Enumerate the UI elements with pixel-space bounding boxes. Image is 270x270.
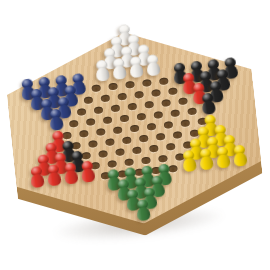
peg-red[interactable]	[63, 162, 78, 184]
peg-blue[interactable]	[49, 109, 64, 131]
board-hole[interactable]	[76, 108, 86, 116]
board-cell	[134, 209, 152, 222]
board-hole[interactable]	[146, 122, 156, 130]
board-hole[interactable]	[107, 160, 117, 168]
board-hole[interactable]	[158, 77, 168, 85]
board-cell	[79, 171, 97, 184]
board-hole[interactable]	[78, 129, 88, 137]
board-hole[interactable]	[127, 102, 137, 110]
board-hole[interactable]	[110, 104, 120, 112]
board-hole[interactable]	[98, 150, 108, 158]
board-hole[interactable]	[137, 112, 147, 120]
board-cell	[214, 157, 232, 170]
board-hole[interactable]	[132, 146, 142, 154]
board-hole[interactable]	[117, 92, 127, 100]
board-hole[interactable]	[165, 142, 175, 150]
board-hole[interactable]	[139, 134, 149, 142]
board-hole[interactable]	[156, 132, 166, 140]
board-hole[interactable]	[103, 116, 113, 124]
chinese-checkers-board	[2, 20, 269, 255]
board-cell	[197, 158, 215, 171]
board-hole[interactable]	[161, 99, 171, 107]
board-hole[interactable]	[158, 154, 168, 162]
board-hole[interactable]	[144, 100, 154, 108]
peg-grid	[2, 20, 267, 237]
board-hole[interactable]	[115, 148, 125, 156]
peg-white[interactable]	[146, 54, 161, 76]
peg-red[interactable]	[80, 161, 95, 183]
board-hole[interactable]	[129, 124, 139, 132]
board-hole[interactable]	[178, 97, 188, 105]
peg-white[interactable]	[129, 56, 144, 78]
peg-white[interactable]	[95, 59, 110, 81]
peg-yellow[interactable]	[215, 146, 230, 168]
board-row	[134, 209, 152, 222]
board-hole[interactable]	[84, 96, 94, 104]
peg-red[interactable]	[46, 164, 61, 186]
board-hole[interactable]	[86, 118, 96, 126]
board-hole[interactable]	[69, 119, 79, 127]
board-hole[interactable]	[124, 158, 134, 166]
peg-yellow[interactable]	[232, 145, 247, 167]
peg-yellow[interactable]	[181, 150, 196, 172]
board-cell	[180, 160, 198, 173]
board-hole[interactable]	[148, 144, 158, 152]
board-hole[interactable]	[125, 80, 135, 88]
board-hole[interactable]	[122, 136, 132, 144]
peg-white[interactable]	[112, 58, 127, 80]
board-hole[interactable]	[93, 106, 103, 114]
board-hole[interactable]	[91, 84, 101, 92]
board-hole[interactable]	[100, 94, 110, 102]
board-hole[interactable]	[134, 90, 144, 98]
peg-green[interactable]	[135, 199, 150, 221]
board-hole[interactable]	[108, 82, 118, 90]
peg-red[interactable]	[29, 166, 44, 188]
board-cell	[62, 173, 80, 186]
board-hole[interactable]	[170, 109, 180, 117]
board-hole[interactable]	[88, 139, 98, 147]
board-hole[interactable]	[142, 79, 152, 87]
board-hole[interactable]	[187, 107, 197, 115]
board-hole[interactable]	[105, 138, 115, 146]
board-hole[interactable]	[153, 110, 163, 118]
board-hole[interactable]	[95, 128, 105, 136]
board-hole[interactable]	[168, 87, 178, 95]
peg-yellow[interactable]	[198, 148, 213, 170]
peg-black[interactable]	[201, 93, 216, 115]
board-hole[interactable]	[151, 89, 161, 97]
board-hole[interactable]	[180, 119, 190, 127]
board-hole[interactable]	[120, 114, 130, 122]
board-hole[interactable]	[141, 156, 151, 164]
board-hole[interactable]	[112, 126, 122, 134]
board-cell	[231, 155, 249, 168]
board-cell	[28, 176, 46, 189]
board-hole[interactable]	[173, 131, 183, 139]
board-cell	[45, 174, 63, 187]
board-hole[interactable]	[163, 121, 173, 129]
